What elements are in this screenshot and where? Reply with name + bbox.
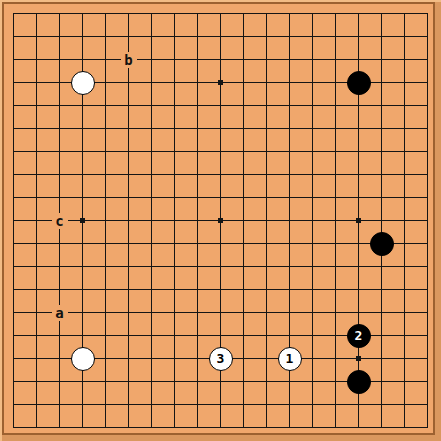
white-stone (71, 347, 95, 371)
stones-layer: 312bca (2, 2, 439, 439)
black-stone (347, 71, 371, 95)
black-stone (347, 370, 371, 394)
white-stone (71, 71, 95, 95)
go-board-diagram: 312bca (0, 0, 441, 441)
white-stone-move-3: 3 (209, 347, 233, 371)
black-stone (370, 232, 394, 256)
point-label-b: b (121, 52, 137, 68)
point-label-c: c (52, 213, 68, 229)
point-label-a: a (52, 305, 68, 321)
white-stone-move-1: 1 (278, 347, 302, 371)
black-stone-move-2: 2 (347, 324, 371, 348)
